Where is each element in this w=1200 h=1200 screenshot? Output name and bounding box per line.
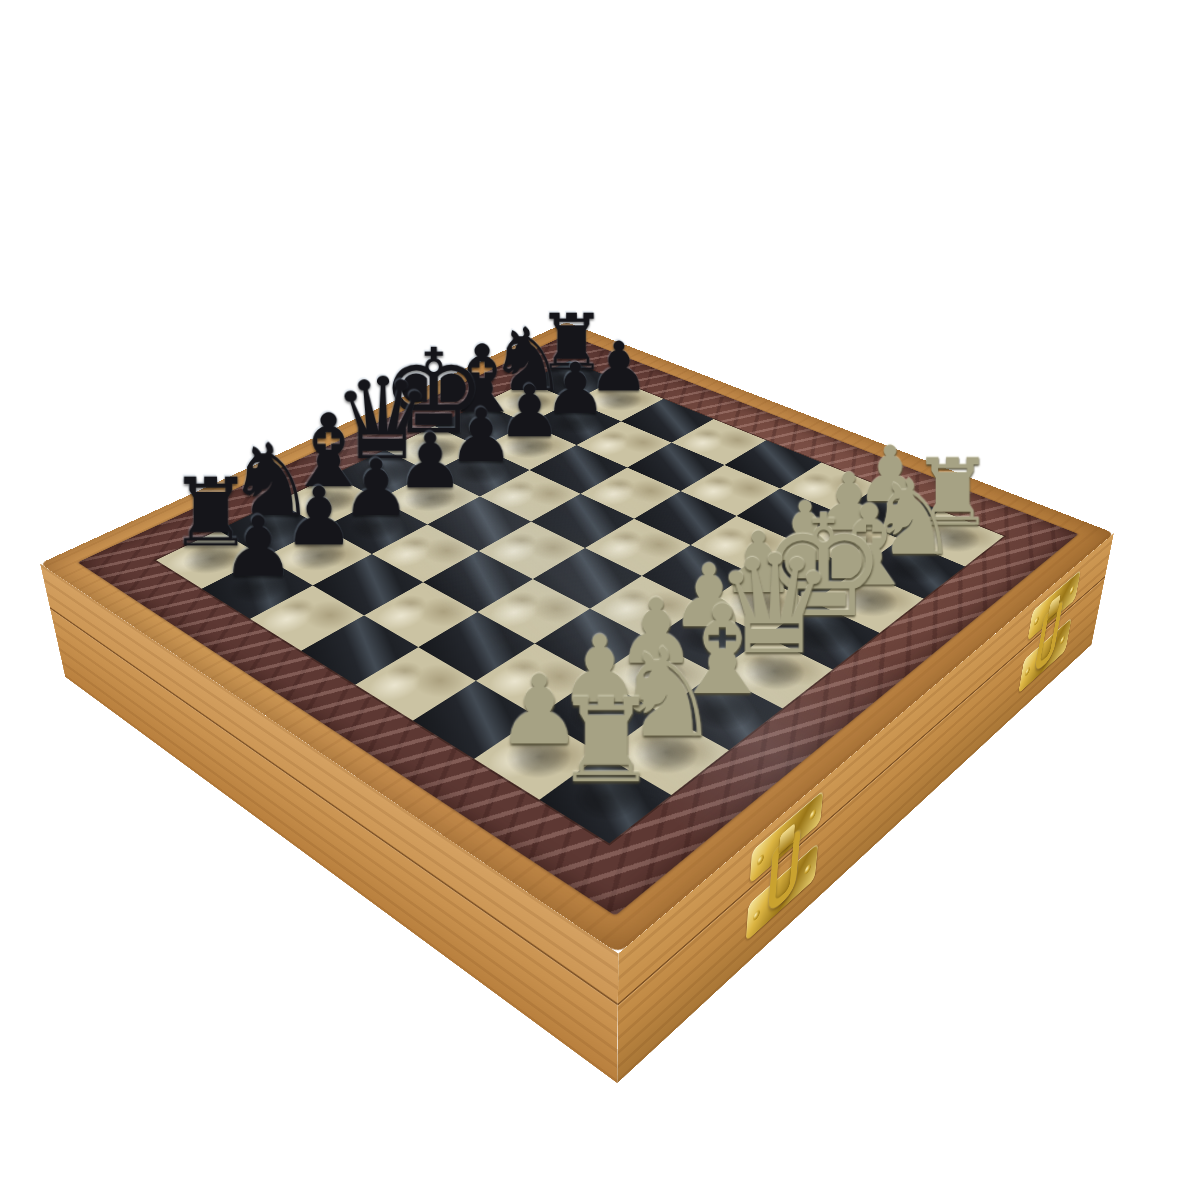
- screw-icon: [1060, 634, 1066, 645]
- screw-icon: [809, 808, 816, 822]
- product-photo-scene: ♜♞♝♛♚♝♞♜♟♟♟♟♟♟♟♟♟♟♟♟♟♟♟♟♜♞♝♛♚♝♞♜: [0, 0, 1200, 1200]
- piece-white-rook-a1[interactable]: ♜: [506, 683, 705, 800]
- screw-icon: [753, 908, 760, 922]
- box-lid-top: ♜♞♝♛♚♝♞♜♟♟♟♟♟♟♟♟♟♟♟♟♟♟♟♟♜♞♝♛♚♝♞♜: [40, 322, 1114, 953]
- piece-black-pawn-a7[interactable]: ♟: [174, 506, 340, 589]
- screw-icon: [757, 853, 764, 867]
- screw-icon: [1069, 585, 1075, 596]
- chess-box: ♜♞♝♛♚♝♞♜♟♟♟♟♟♟♟♟♟♟♟♟♟♟♟♟♜♞♝♛♚♝♞♜: [40, 322, 1114, 953]
- screw-icon: [1025, 666, 1031, 677]
- screw-icon: [1033, 615, 1039, 627]
- screw-icon: [804, 862, 811, 876]
